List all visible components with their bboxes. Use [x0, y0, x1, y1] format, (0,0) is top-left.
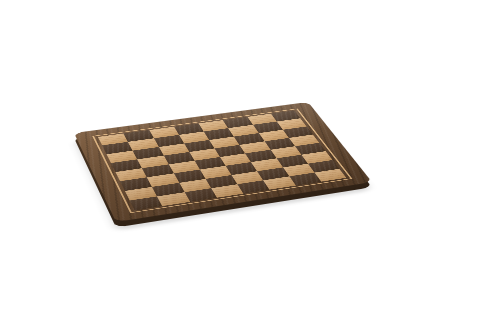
chess-board [74, 102, 372, 222]
photo-background [0, 0, 480, 320]
board-square [314, 169, 346, 182]
